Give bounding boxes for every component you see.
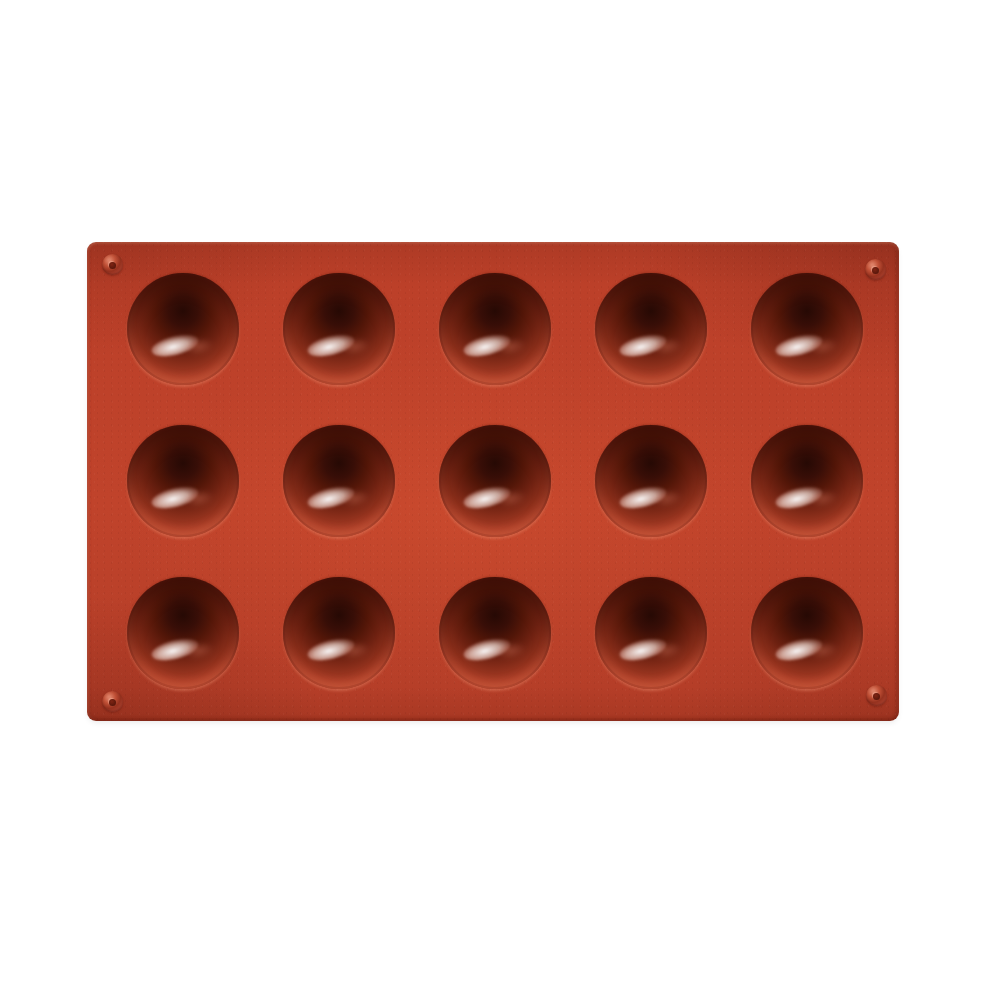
mold-cavity-r1c2 bbox=[283, 273, 395, 385]
specular-highlight bbox=[305, 330, 356, 360]
specular-highlight bbox=[773, 330, 824, 360]
specular-highlight bbox=[617, 482, 668, 512]
specular-highlight bbox=[305, 634, 356, 664]
mold-cavity-r2c3 bbox=[439, 425, 551, 537]
specular-highlight bbox=[305, 482, 356, 512]
specular-highlight bbox=[461, 634, 512, 664]
mold-cavity-r3c3 bbox=[439, 577, 551, 689]
product-photo-scene bbox=[0, 0, 1000, 1000]
cavity-grid bbox=[87, 242, 899, 721]
mold-cavity-r1c4 bbox=[595, 273, 707, 385]
mold-cavity-r3c2 bbox=[283, 577, 395, 689]
mold-cavity-r2c2 bbox=[283, 425, 395, 537]
mold-cavity-r1c3 bbox=[439, 273, 551, 385]
specular-highlight bbox=[149, 634, 200, 664]
silicone-mold bbox=[87, 242, 899, 721]
specular-highlight bbox=[149, 330, 200, 360]
specular-highlight bbox=[149, 482, 200, 512]
mold-cavity-r3c1 bbox=[127, 577, 239, 689]
specular-highlight bbox=[773, 482, 824, 512]
specular-highlight bbox=[461, 482, 512, 512]
specular-highlight bbox=[773, 634, 824, 664]
mold-cavity-r2c1 bbox=[127, 425, 239, 537]
mold-cavity-r3c5 bbox=[751, 577, 863, 689]
mold-cavity-r1c5 bbox=[751, 273, 863, 385]
specular-highlight bbox=[617, 330, 668, 360]
specular-highlight bbox=[461, 330, 512, 360]
specular-highlight bbox=[617, 634, 668, 664]
mold-cavity-r2c4 bbox=[595, 425, 707, 537]
mold-cavity-r1c1 bbox=[127, 273, 239, 385]
mold-cavity-r2c5 bbox=[751, 425, 863, 537]
mold-cavity-r3c4 bbox=[595, 577, 707, 689]
